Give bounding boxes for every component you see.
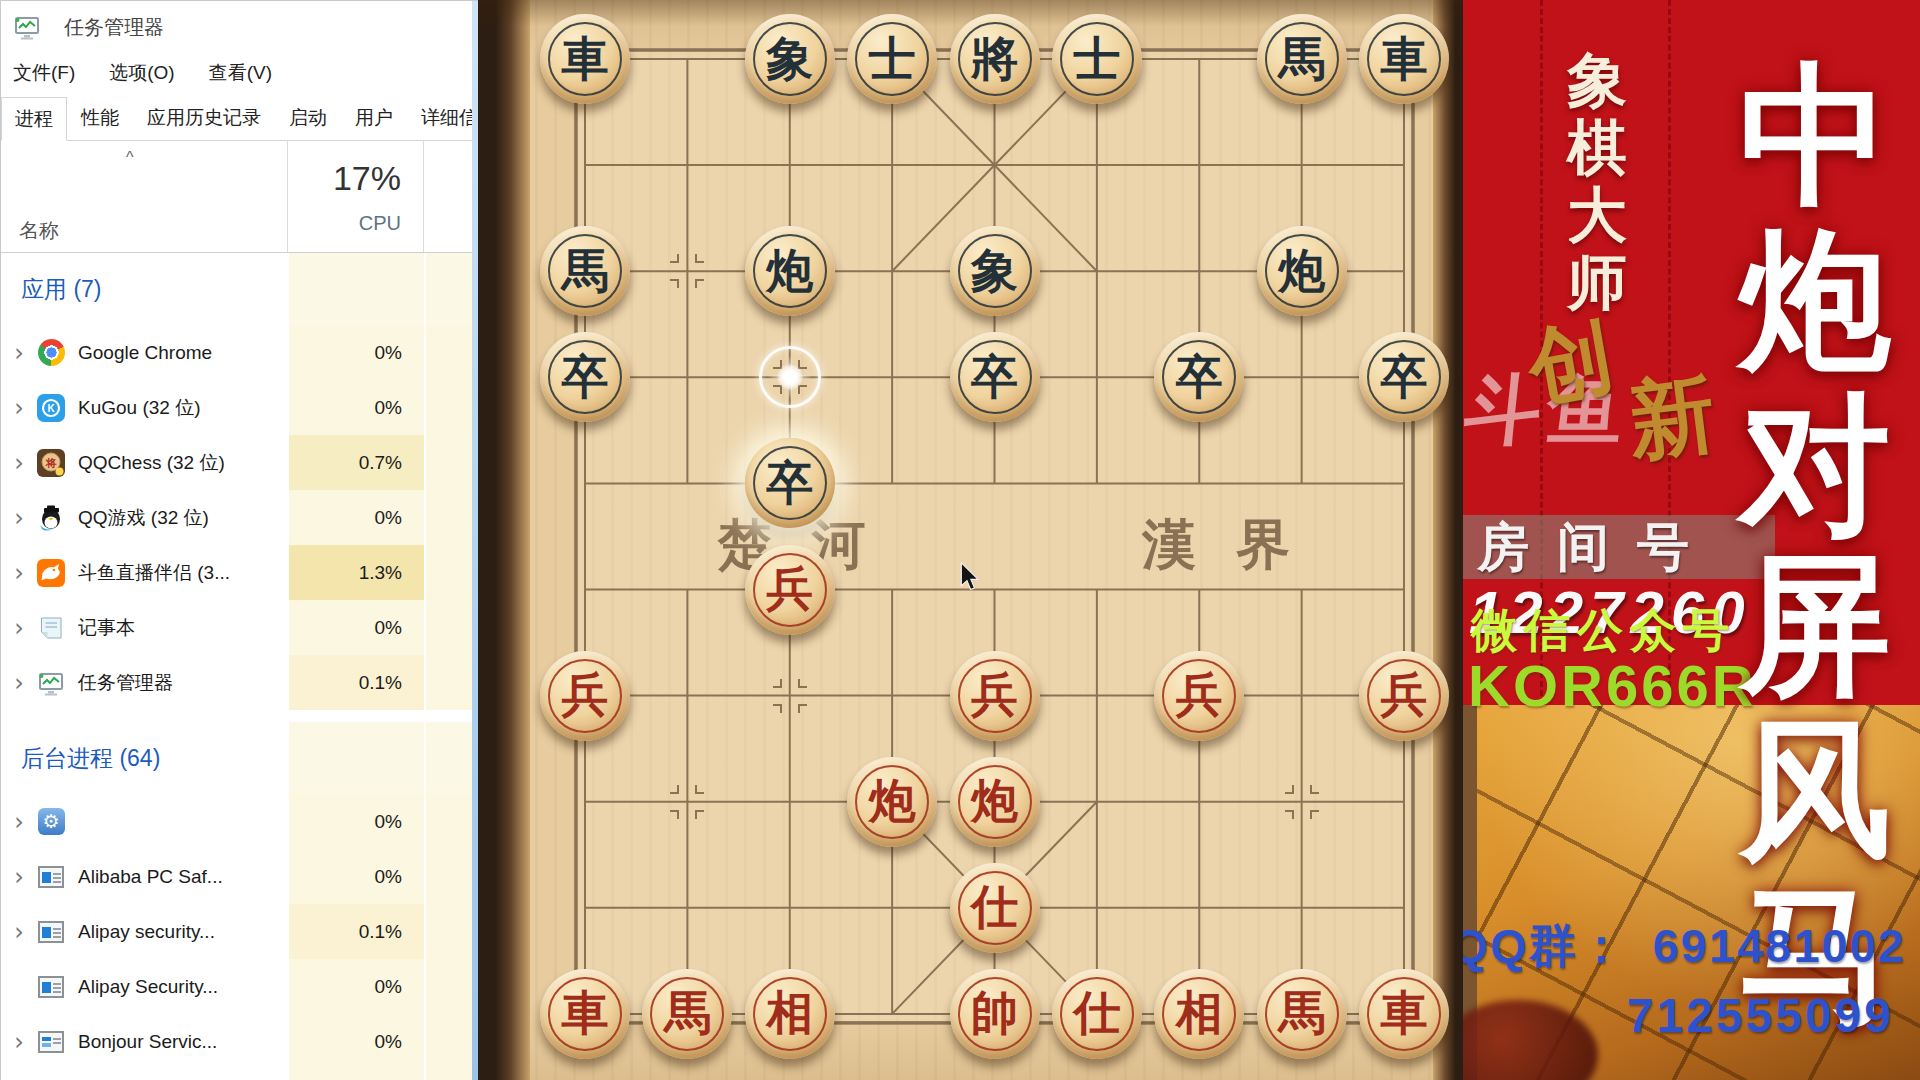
expand-chevron-icon[interactable]: › (1, 449, 37, 477)
qq-group-label: QQ群： (1463, 919, 1627, 972)
process-cpu-value: 0% (287, 380, 424, 435)
move-origin-sparkle-core (777, 364, 803, 390)
svg-text:将: 将 (45, 456, 58, 468)
group-extra-cell (424, 722, 478, 794)
cpu-column-label: CPU (288, 212, 401, 235)
notepad-icon (37, 614, 65, 642)
piece-相-red[interactable]: 相 (1154, 969, 1244, 1059)
process-extra-cell (424, 545, 478, 600)
bonjour-icon (37, 1028, 65, 1056)
expand-chevron-icon[interactable]: › (1, 559, 37, 587)
process-name: Alipay Security... (78, 976, 218, 998)
wechat-account-id: KOR666R (1468, 652, 1757, 719)
piece-馬-black[interactable]: 馬 (540, 226, 630, 316)
expand-chevron-icon[interactable]: › (1, 808, 37, 836)
expand-chevron-icon[interactable]: › (1, 669, 37, 697)
process-extra-cell (424, 904, 478, 959)
process-extra-cell (424, 325, 478, 380)
banner-innovation-char2: 新 (1622, 355, 1722, 482)
process-extra-cell (424, 490, 478, 545)
piece-炮-black[interactable]: 炮 (1257, 226, 1347, 316)
process-extra-cell (424, 794, 478, 849)
process-cpu-value: 0.1% (287, 655, 424, 710)
group-label[interactable]: 应用 (7) (1, 253, 287, 325)
piece-帥-red[interactable]: 帥 (950, 969, 1040, 1059)
process-cpu-value: 0% (287, 325, 424, 380)
menu-item-2[interactable]: 查看(V) (209, 60, 272, 86)
process-row[interactable]: ›任务管理器0.1% (1, 655, 478, 710)
process-name: 记事本 (78, 615, 135, 641)
expand-chevron-icon[interactable]: › (1, 504, 37, 532)
process-group-header: 后台进程 (64) (1, 722, 478, 794)
process-row[interactable]: ›QQ游戏 (32 位)0% (1, 490, 478, 545)
banner-title-char: 风 (1715, 714, 1915, 866)
process-row[interactable]: ›Bonjour Servic...0% (1, 1014, 478, 1069)
piece-卒-black[interactable]: 卒 (1154, 332, 1244, 422)
process-row[interactable]: Alipay Security...0% (1, 959, 478, 1014)
process-extra-cell (424, 959, 478, 1014)
process-name: Bonjour Servic... (78, 1031, 217, 1053)
piece-炮-red[interactable]: 炮 (847, 757, 937, 847)
master-char: 大 (1567, 185, 1627, 247)
process-row[interactable]: ›Certificate S...0% (1, 1069, 478, 1080)
piece-馬-red[interactable]: 馬 (1257, 969, 1347, 1059)
process-extra-cell (424, 380, 478, 435)
process-cpu-value: 0.7% (287, 435, 424, 490)
process-name: KuGou (32 位) (78, 395, 201, 421)
task-manager-icon (13, 13, 41, 41)
piece-兵-red[interactable]: 兵 (1154, 651, 1244, 741)
tab-4[interactable]: 用户 (341, 96, 407, 140)
tab-bar: 进程性能应用历史记录启动用户详细信息 (1, 99, 478, 141)
piece-相-red[interactable]: 相 (745, 969, 835, 1059)
process-cpu-value: 0% (287, 1014, 424, 1069)
process-extra-cell (424, 600, 478, 655)
qqgame-icon (37, 504, 65, 532)
tab-1[interactable]: 性能 (67, 96, 133, 140)
gear-icon: ⚙ (37, 808, 65, 836)
process-cpu-value: 1.3% (287, 545, 424, 600)
xiangqi-board[interactable]: 楚河 漢界 車象士將士馬車馬炮象炮卒卒卒卒卒兵兵兵兵兵炮炮仕車馬相帥仕相馬車 (478, 0, 1463, 1080)
piece-炮-black[interactable]: 炮 (745, 226, 835, 316)
piece-馬-black[interactable]: 馬 (1257, 14, 1347, 104)
menu-item-0[interactable]: 文件(F) (13, 60, 75, 86)
piece-將-black[interactable]: 將 (950, 14, 1040, 104)
column-header-name[interactable]: 名称 (19, 217, 59, 244)
table-header: ^ 名称 17% CPU (1, 141, 478, 253)
piece-炮-red[interactable]: 炮 (950, 757, 1040, 847)
banner-title-char: 炮 (1715, 224, 1915, 376)
point-mark (670, 254, 704, 288)
window-title: 任务管理器 (64, 14, 164, 41)
piece-仕-red[interactable]: 仕 (1052, 969, 1142, 1059)
piece-車-red[interactable]: 車 (1359, 969, 1449, 1059)
piece-卒-black[interactable]: 卒 (540, 332, 630, 422)
piece-卒-black[interactable]: 卒 (950, 332, 1040, 422)
cpu-total-percent: 17% (288, 159, 401, 198)
qqchess-icon: 将 (37, 449, 65, 477)
process-row[interactable]: ›将QQChess (32 位)0.7% (1, 435, 478, 490)
process-row[interactable]: ›⚙0% (1, 794, 478, 849)
process-extra-cell (424, 655, 478, 710)
process-extra-cell (424, 435, 478, 490)
window-icon (37, 973, 65, 1001)
screenshot-stage: 任务管理器 文件(F)选项(O)查看(V) 进程性能应用历史记录启动用户详细信息… (0, 0, 1920, 1080)
process-row[interactable]: ›Alipay security...0.1% (1, 904, 478, 959)
tab-3[interactable]: 启动 (275, 96, 341, 140)
piece-象-black[interactable]: 象 (745, 14, 835, 104)
tab-0[interactable]: 进程 (1, 97, 67, 141)
process-extra-cell (424, 1069, 478, 1080)
point-mark (773, 679, 807, 713)
master-char: 象 (1567, 50, 1627, 112)
piece-象-black[interactable]: 象 (950, 226, 1040, 316)
piece-兵-red[interactable]: 兵 (540, 651, 630, 741)
piece-車-red[interactable]: 車 (540, 969, 630, 1059)
process-name: Alipay security... (78, 921, 215, 943)
process-name: Alibaba PC Saf... (78, 866, 223, 888)
expand-chevron-icon[interactable]: › (1, 614, 37, 642)
process-cpu-value: 0% (287, 849, 424, 904)
process-cpu-value: 0% (287, 959, 424, 1014)
process-row[interactable]: ›Alibaba PC Saf...0% (1, 849, 478, 904)
expand-chevron-icon[interactable]: › (1, 1028, 37, 1056)
process-row[interactable]: ›Google Chrome0% (1, 325, 478, 380)
process-cpu-value: 0% (287, 1069, 424, 1080)
piece-車-black[interactable]: 車 (1359, 14, 1449, 104)
douyu-icon (37, 559, 65, 587)
taskmgr-icon (37, 669, 65, 697)
expand-chevron-icon[interactable]: › (1, 918, 37, 946)
titlebar[interactable]: 任务管理器 (1, 1, 478, 53)
process-list: 应用 (7)›Google Chrome0%›KKuGou (32 位)0%›将… (1, 253, 478, 1080)
process-extra-cell (424, 1014, 478, 1069)
piece-士-black[interactable]: 士 (847, 14, 937, 104)
tab-5[interactable]: 详细信息 (407, 96, 478, 140)
point-mark (670, 785, 704, 819)
menu-item-1[interactable]: 选项(O) (109, 60, 174, 86)
banner-title-char: 对 (1715, 389, 1915, 541)
qq-group-number-2: 712555099 (1463, 988, 1894, 1043)
chrome-icon (37, 339, 65, 367)
stream-banner: 象棋大师 创 新 斗鱼 房间号 1227260 微信公众号 KOR666R 中炮… (1463, 0, 1920, 1080)
piece-士-black[interactable]: 士 (1052, 14, 1142, 104)
process-row[interactable]: ›斗鱼直播伴侣 (3...1.3% (1, 545, 478, 600)
river-label-right: 漢界 (1142, 509, 1330, 582)
group-extra-cell (424, 253, 478, 325)
process-group-header: 应用 (7) (1, 253, 478, 325)
banner-title-char: 中 (1715, 59, 1915, 211)
expand-chevron-icon[interactable]: › (1, 394, 37, 422)
banner-master-text: 象棋大师 (1567, 50, 1627, 315)
sort-caret-icon[interactable]: ^ (126, 149, 134, 167)
point-mark (1285, 785, 1319, 819)
expand-chevron-icon[interactable]: › (1, 863, 37, 891)
group-cpu-cell (287, 253, 424, 325)
kugou-icon: K (37, 394, 65, 422)
piece-兵-red[interactable]: 兵 (745, 545, 835, 635)
svg-text:K: K (47, 403, 55, 414)
window-icon (37, 918, 65, 946)
process-cpu-value: 0% (287, 600, 424, 655)
process-cpu-value: 0.1% (287, 904, 424, 959)
banner-title-char: 屏 (1715, 549, 1915, 701)
mouse-cursor (957, 562, 983, 596)
tab-2[interactable]: 应用历史记录 (133, 96, 275, 140)
process-cpu-value: 0% (287, 794, 424, 849)
window-icon (37, 863, 65, 891)
group-cpu-cell (287, 722, 424, 794)
piece-卒-black[interactable]: 卒 (745, 438, 835, 528)
process-name: QQChess (32 位) (78, 450, 225, 476)
process-name: QQ游戏 (32 位) (78, 505, 209, 531)
qq-group-block: QQ群：691481002 712555099 (1463, 915, 1906, 1043)
expand-chevron-icon[interactable]: › (1, 339, 37, 367)
process-name: Google Chrome (78, 342, 212, 364)
group-label[interactable]: 后台进程 (64) (1, 722, 287, 794)
process-row[interactable]: ›记事本0% (1, 600, 478, 655)
process-name: 任务管理器 (78, 670, 173, 696)
piece-兵-red[interactable]: 兵 (950, 651, 1040, 741)
piece-卒-black[interactable]: 卒 (1359, 332, 1449, 422)
menu-bar: 文件(F)选项(O)查看(V) (1, 53, 478, 93)
piece-馬-red[interactable]: 馬 (642, 969, 732, 1059)
piece-車-black[interactable]: 車 (540, 14, 630, 104)
column-header-cpu[interactable]: 17% CPU (287, 141, 424, 252)
qq-group-number-1: 691481002 (1653, 919, 1906, 972)
process-row[interactable]: ›KKuGou (32 位)0% (1, 380, 478, 435)
process-cpu-value: 0% (287, 490, 424, 545)
task-manager-window: 任务管理器 文件(F)选项(O)查看(V) 进程性能应用历史记录启动用户详细信息… (0, 0, 478, 1080)
process-name: 斗鱼直播伴侣 (3... (78, 560, 230, 586)
piece-仕-red[interactable]: 仕 (950, 863, 1040, 953)
master-char: 棋 (1567, 117, 1627, 179)
process-extra-cell (424, 849, 478, 904)
piece-兵-red[interactable]: 兵 (1359, 651, 1449, 741)
